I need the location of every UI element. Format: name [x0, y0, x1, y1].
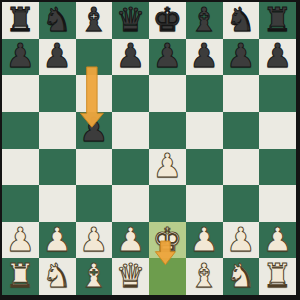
square-a6[interactable]: [2, 75, 39, 112]
square-h6[interactable]: [259, 75, 296, 112]
square-c8[interactable]: ♝: [76, 2, 113, 39]
square-d1[interactable]: ♛: [112, 258, 149, 295]
black-knight-piece[interactable]: ♞: [226, 3, 256, 36]
square-h3[interactable]: [259, 185, 296, 222]
square-e3[interactable]: [149, 185, 186, 222]
square-e1[interactable]: [149, 258, 186, 295]
square-g4[interactable]: [223, 149, 260, 186]
square-b1[interactable]: ♞: [39, 258, 76, 295]
square-f3[interactable]: [186, 185, 223, 222]
square-f8[interactable]: ♝: [186, 2, 223, 39]
black-bishop-piece[interactable]: ♝: [79, 3, 109, 36]
square-a7[interactable]: ♟: [2, 39, 39, 76]
square-d7[interactable]: ♟: [112, 39, 149, 76]
white-pawn-piece[interactable]: ♟: [153, 149, 183, 182]
square-f7[interactable]: ♟: [186, 39, 223, 76]
square-h4[interactable]: [259, 149, 296, 186]
black-pawn-piece[interactable]: ♟: [6, 39, 36, 72]
square-a5[interactable]: [2, 112, 39, 149]
square-h7[interactable]: ♟: [259, 39, 296, 76]
white-pawn-piece[interactable]: ♟: [226, 223, 256, 256]
white-pawn-piece[interactable]: ♟: [42, 223, 72, 256]
black-pawn-piece[interactable]: ♟: [226, 39, 256, 72]
square-e4[interactable]: ♟: [149, 149, 186, 186]
black-king-piece[interactable]: ♚: [153, 3, 183, 36]
black-rook-piece[interactable]: ♜: [263, 3, 293, 36]
square-h5[interactable]: [259, 112, 296, 149]
square-g2[interactable]: ♟: [223, 222, 260, 259]
square-a1[interactable]: ♜: [2, 258, 39, 295]
square-b5[interactable]: [39, 112, 76, 149]
square-a4[interactable]: [2, 149, 39, 186]
square-c4[interactable]: [76, 149, 113, 186]
square-g3[interactable]: [223, 185, 260, 222]
white-pawn-piece[interactable]: ♟: [189, 223, 219, 256]
square-e7[interactable]: ♟: [149, 39, 186, 76]
square-h8[interactable]: ♜: [259, 2, 296, 39]
black-pawn-piece[interactable]: ♟: [116, 39, 146, 72]
white-pawn-piece[interactable]: ♟: [116, 223, 146, 256]
square-e8[interactable]: ♚: [149, 2, 186, 39]
square-g1[interactable]: ♞: [223, 258, 260, 295]
square-f4[interactable]: [186, 149, 223, 186]
square-b3[interactable]: [39, 185, 76, 222]
black-queen-piece[interactable]: ♛: [116, 3, 146, 36]
black-knight-piece[interactable]: ♞: [42, 3, 72, 36]
white-rook-piece[interactable]: ♜: [263, 259, 293, 292]
black-rook-piece[interactable]: ♜: [6, 3, 36, 36]
square-h2[interactable]: ♟: [259, 222, 296, 259]
square-b6[interactable]: [39, 75, 76, 112]
white-rook-piece[interactable]: ♜: [6, 259, 36, 292]
square-c7[interactable]: [76, 39, 113, 76]
square-d3[interactable]: [112, 185, 149, 222]
white-queen-piece[interactable]: ♛: [116, 259, 146, 292]
black-bishop-piece[interactable]: ♝: [189, 3, 219, 36]
square-e5[interactable]: [149, 112, 186, 149]
square-g6[interactable]: [223, 75, 260, 112]
square-f6[interactable]: [186, 75, 223, 112]
square-d5[interactable]: [112, 112, 149, 149]
square-d4[interactable]: [112, 149, 149, 186]
square-f1[interactable]: ♝: [186, 258, 223, 295]
chess-board: ♜♞♝♛♚♝♞♜♟♟♟♟♟♟♟♟♟♟♟♟♟♚♟♟♟♜♞♝♛♝♞♜: [2, 2, 296, 295]
square-c1[interactable]: ♝: [76, 258, 113, 295]
black-pawn-piece[interactable]: ♟: [79, 113, 109, 146]
square-c6[interactable]: [76, 75, 113, 112]
square-f5[interactable]: [186, 112, 223, 149]
black-pawn-piece[interactable]: ♟: [189, 39, 219, 72]
square-f2[interactable]: ♟: [186, 222, 223, 259]
square-g7[interactable]: ♟: [223, 39, 260, 76]
square-b2[interactable]: ♟: [39, 222, 76, 259]
square-d8[interactable]: ♛: [112, 2, 149, 39]
square-a3[interactable]: [2, 185, 39, 222]
black-pawn-piece[interactable]: ♟: [42, 39, 72, 72]
square-d2[interactable]: ♟: [112, 222, 149, 259]
black-pawn-piece[interactable]: ♟: [153, 39, 183, 72]
white-pawn-piece[interactable]: ♟: [79, 223, 109, 256]
white-king-piece[interactable]: ♚: [153, 223, 183, 256]
square-a8[interactable]: ♜: [2, 2, 39, 39]
square-c5[interactable]: ♟: [76, 112, 113, 149]
square-b8[interactable]: ♞: [39, 2, 76, 39]
white-knight-piece[interactable]: ♞: [42, 259, 72, 292]
square-e2[interactable]: ♚: [149, 222, 186, 259]
square-d6[interactable]: [112, 75, 149, 112]
square-b7[interactable]: ♟: [39, 39, 76, 76]
square-g5[interactable]: [223, 112, 260, 149]
square-c3[interactable]: [76, 185, 113, 222]
chess-board-container: ♜♞♝♛♚♝♞♜♟♟♟♟♟♟♟♟♟♟♟♟♟♚♟♟♟♜♞♝♛♝♞♜: [0, 0, 300, 300]
white-knight-piece[interactable]: ♞: [226, 259, 256, 292]
square-a2[interactable]: ♟: [2, 222, 39, 259]
white-bishop-piece[interactable]: ♝: [79, 259, 109, 292]
square-e6[interactable]: [149, 75, 186, 112]
square-g8[interactable]: ♞: [223, 2, 260, 39]
white-pawn-piece[interactable]: ♟: [263, 223, 293, 256]
black-pawn-piece[interactable]: ♟: [263, 39, 293, 72]
square-c2[interactable]: ♟: [76, 222, 113, 259]
square-h1[interactable]: ♜: [259, 258, 296, 295]
square-b4[interactable]: [39, 149, 76, 186]
white-bishop-piece[interactable]: ♝: [189, 259, 219, 292]
white-pawn-piece[interactable]: ♟: [6, 223, 36, 256]
